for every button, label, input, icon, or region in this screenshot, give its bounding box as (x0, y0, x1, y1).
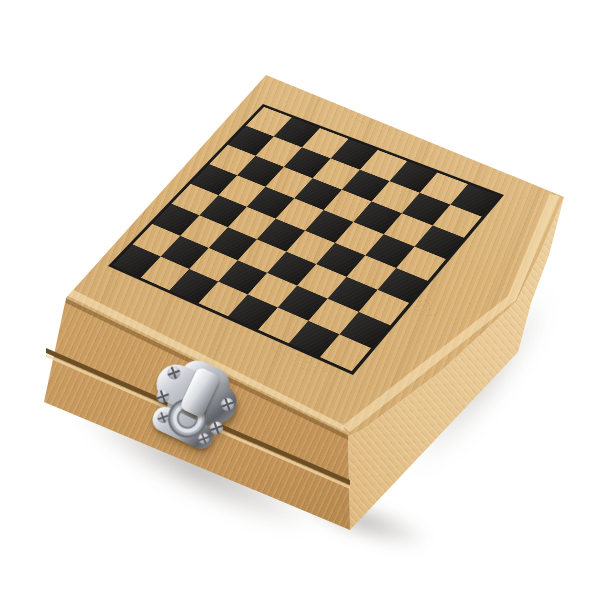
product-photo (0, 0, 600, 600)
